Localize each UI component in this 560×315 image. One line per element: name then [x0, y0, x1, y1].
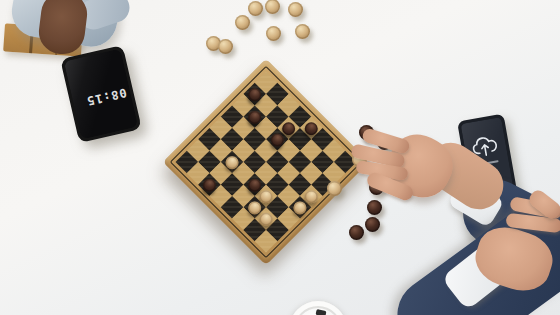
off-board-dark-piece[interactable]: [365, 217, 380, 232]
checkerboard: [163, 59, 369, 265]
off-board-light-piece[interactable]: [266, 26, 281, 41]
off-board-light-piece[interactable]: [218, 39, 233, 54]
cup-lid-hole: [315, 309, 326, 315]
table-surface: 08:15: [0, 0, 560, 315]
clock-phone[interactable]: 08:15: [60, 45, 142, 143]
off-board-light-piece[interactable]: [288, 2, 303, 17]
off-board-light-piece[interactable]: [235, 15, 250, 30]
off-board-dark-piece[interactable]: [367, 200, 382, 215]
off-board-light-piece[interactable]: [248, 1, 263, 16]
off-board-light-piece[interactable]: [265, 0, 280, 14]
off-board-light-piece[interactable]: [295, 24, 310, 39]
clock-text: 08:15: [85, 85, 128, 108]
cup-lid: [289, 301, 347, 315]
frame-light-piece[interactable]: [327, 181, 342, 196]
off-board-dark-piece[interactable]: [349, 225, 364, 240]
clock-phone-screen: 08:15: [64, 49, 139, 140]
